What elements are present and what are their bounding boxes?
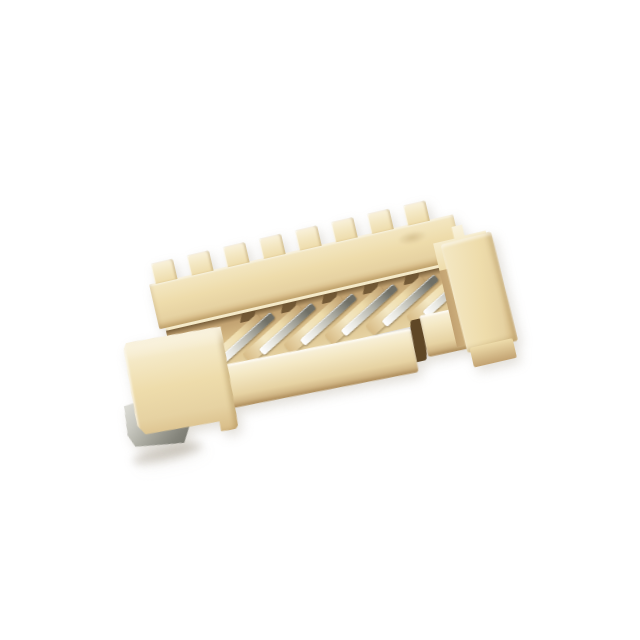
product-photo-stage <box>0 0 640 640</box>
molded-mark <box>396 228 428 247</box>
left-mounting-boss <box>122 326 239 446</box>
connector-body <box>93 159 592 481</box>
